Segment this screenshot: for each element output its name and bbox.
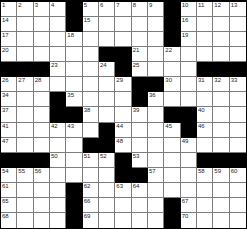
white-cell[interactable]: 46: [197, 123, 213, 138]
white-cell[interactable]: [197, 47, 213, 62]
black-cell: [50, 92, 66, 107]
white-cell[interactable]: 26: [1, 77, 17, 92]
clue-number: 27: [18, 77, 25, 84]
white-cell[interactable]: [115, 17, 131, 32]
white-cell[interactable]: [230, 213, 246, 228]
clue-number: 25: [133, 62, 140, 69]
white-cell[interactable]: [17, 92, 33, 107]
black-cell: [213, 153, 229, 168]
white-cell[interactable]: [213, 47, 229, 62]
white-cell[interactable]: [34, 17, 50, 32]
black-cell: [164, 32, 180, 47]
white-cell[interactable]: 14: [1, 17, 17, 32]
white-cell[interactable]: 43: [66, 123, 82, 138]
white-cell[interactable]: [181, 153, 197, 168]
white-cell[interactable]: 25: [132, 62, 148, 77]
clue-number: 36: [149, 92, 156, 99]
black-cell: [115, 168, 131, 183]
white-cell[interactable]: [17, 138, 33, 153]
white-cell[interactable]: 27: [17, 77, 33, 92]
white-cell[interactable]: [213, 123, 229, 138]
white-cell[interactable]: [230, 123, 246, 138]
white-cell[interactable]: [213, 92, 229, 107]
white-cell[interactable]: [230, 198, 246, 213]
white-cell[interactable]: 5: [83, 2, 99, 17]
white-cell[interactable]: 39: [132, 107, 148, 122]
clue-number: 38: [84, 107, 91, 114]
white-cell[interactable]: [197, 138, 213, 153]
black-cell: [66, 107, 82, 122]
clue-number: 17: [2, 32, 9, 39]
clue-number: 1: [2, 2, 5, 9]
black-cell: [181, 123, 197, 138]
white-cell[interactable]: [99, 183, 115, 198]
clue-number: 57: [149, 168, 156, 175]
white-cell[interactable]: [197, 17, 213, 32]
white-cell[interactable]: [17, 198, 33, 213]
white-cell[interactable]: [115, 213, 131, 228]
white-cell[interactable]: 53: [132, 153, 148, 168]
white-cell[interactable]: [34, 183, 50, 198]
white-cell[interactable]: [164, 62, 180, 77]
black-cell: [164, 213, 180, 228]
white-cell[interactable]: [50, 47, 66, 62]
black-cell: [1, 62, 17, 77]
white-cell[interactable]: 19: [181, 32, 197, 47]
white-cell[interactable]: 65: [1, 198, 17, 213]
white-cell[interactable]: [115, 107, 131, 122]
white-cell[interactable]: [115, 92, 131, 107]
clue-number: 56: [35, 168, 42, 175]
white-cell[interactable]: [148, 32, 164, 47]
white-cell[interactable]: [115, 32, 131, 47]
white-cell[interactable]: [83, 168, 99, 183]
clue-number: 65: [2, 198, 9, 205]
clue-number: 61: [2, 183, 9, 190]
white-cell[interactable]: 15: [83, 17, 99, 32]
white-cell[interactable]: [230, 17, 246, 32]
white-cell[interactable]: 6: [99, 2, 115, 17]
white-cell[interactable]: [17, 17, 33, 32]
white-cell[interactable]: [99, 32, 115, 47]
clue-number: 39: [133, 107, 140, 114]
white-cell[interactable]: [99, 92, 115, 107]
black-cell: [230, 153, 246, 168]
white-cell[interactable]: 44: [115, 123, 131, 138]
white-cell[interactable]: [230, 183, 246, 198]
clue-number: 29: [116, 77, 123, 84]
clue-number: 64: [133, 183, 140, 190]
white-cell[interactable]: [66, 168, 82, 183]
white-cell[interactable]: 33: [230, 77, 246, 92]
white-cell[interactable]: [17, 107, 33, 122]
white-cell[interactable]: 18: [66, 32, 82, 47]
white-cell[interactable]: 28: [34, 77, 50, 92]
clue-number: 3: [35, 2, 38, 9]
clue-number: 34: [2, 92, 9, 99]
white-cell[interactable]: 50: [50, 153, 66, 168]
white-cell[interactable]: 36: [148, 92, 164, 107]
white-cell[interactable]: [115, 198, 131, 213]
clue-number: 6: [100, 2, 103, 9]
white-cell[interactable]: [213, 213, 229, 228]
white-cell[interactable]: [99, 17, 115, 32]
white-cell[interactable]: [17, 32, 33, 47]
white-cell[interactable]: [50, 168, 66, 183]
white-cell[interactable]: 69: [83, 213, 99, 228]
black-cell: [164, 17, 180, 32]
white-cell[interactable]: [197, 213, 213, 228]
white-cell[interactable]: [181, 47, 197, 62]
white-cell[interactable]: [164, 153, 180, 168]
white-cell[interactable]: [50, 198, 66, 213]
clue-number: 33: [231, 77, 238, 84]
white-cell[interactable]: [230, 138, 246, 153]
white-cell[interactable]: [164, 183, 180, 198]
white-cell[interactable]: 17: [1, 32, 17, 47]
white-cell[interactable]: 55: [17, 168, 33, 183]
white-cell[interactable]: 59: [213, 168, 229, 183]
clue-number: 15: [84, 17, 91, 24]
white-cell[interactable]: [34, 107, 50, 122]
black-cell: [230, 62, 246, 77]
white-cell[interactable]: [132, 32, 148, 47]
clue-number: 45: [165, 123, 172, 130]
black-cell: [66, 17, 82, 32]
white-cell[interactable]: [181, 62, 197, 77]
black-cell: [34, 62, 50, 77]
white-cell[interactable]: 8: [132, 2, 148, 17]
white-cell[interactable]: [197, 92, 213, 107]
white-cell[interactable]: 47: [1, 138, 17, 153]
white-cell[interactable]: [34, 213, 50, 228]
white-cell[interactable]: 37: [1, 107, 17, 122]
black-cell: [17, 62, 33, 77]
white-cell[interactable]: [197, 32, 213, 47]
white-cell[interactable]: 38: [83, 107, 99, 122]
clue-number: 63: [116, 183, 123, 190]
white-cell[interactable]: [99, 168, 115, 183]
black-cell: [1, 153, 17, 168]
white-cell[interactable]: 52: [99, 153, 115, 168]
black-cell: [115, 153, 131, 168]
white-cell[interactable]: [83, 92, 99, 107]
black-cell: [148, 77, 164, 92]
clue-number: 35: [67, 92, 74, 99]
white-cell[interactable]: [50, 213, 66, 228]
clue-number: 66: [84, 198, 91, 205]
white-cell[interactable]: 67: [181, 198, 197, 213]
white-cell[interactable]: [99, 198, 115, 213]
white-cell[interactable]: [148, 47, 164, 62]
white-cell[interactable]: 45: [164, 123, 180, 138]
clue-number: 8: [133, 2, 136, 9]
black-cell: [197, 62, 213, 77]
white-cell[interactable]: [132, 198, 148, 213]
black-cell: [115, 62, 131, 77]
white-cell[interactable]: 58: [197, 168, 213, 183]
white-cell[interactable]: [230, 47, 246, 62]
white-cell[interactable]: [213, 198, 229, 213]
white-cell[interactable]: [181, 92, 197, 107]
white-cell[interactable]: 42: [50, 123, 66, 138]
black-cell: [34, 153, 50, 168]
clue-number: 60: [231, 168, 238, 175]
white-cell[interactable]: 29: [115, 77, 131, 92]
white-cell[interactable]: 7: [115, 2, 131, 17]
clue-number: 68: [2, 213, 9, 220]
clue-number: 52: [100, 153, 107, 160]
clue-number: 51: [84, 153, 91, 160]
white-cell[interactable]: [34, 123, 50, 138]
black-cell: [66, 2, 82, 17]
white-cell[interactable]: [148, 123, 164, 138]
white-cell[interactable]: 11: [197, 2, 213, 17]
clue-number: 4: [51, 2, 54, 9]
white-cell[interactable]: [164, 92, 180, 107]
white-cell[interactable]: [50, 32, 66, 47]
clue-number: 31: [198, 77, 205, 84]
white-cell[interactable]: 3: [34, 2, 50, 17]
clue-number: 47: [2, 138, 9, 145]
clue-number: 13: [231, 2, 238, 9]
clue-number: 69: [84, 213, 91, 220]
white-cell[interactable]: [83, 123, 99, 138]
white-cell[interactable]: 13: [230, 2, 246, 17]
white-cell[interactable]: [132, 123, 148, 138]
white-cell[interactable]: 66: [83, 198, 99, 213]
clue-number: 23: [51, 62, 58, 69]
black-cell: [197, 153, 213, 168]
white-cell[interactable]: 23: [50, 62, 66, 77]
white-cell[interactable]: [181, 168, 197, 183]
clue-number: 24: [100, 62, 107, 69]
clue-number: 50: [51, 153, 58, 160]
clue-number: 21: [133, 47, 140, 54]
white-cell[interactable]: [66, 62, 82, 77]
white-cell[interactable]: [83, 47, 99, 62]
white-cell[interactable]: 57: [148, 168, 164, 183]
white-cell[interactable]: 35: [66, 92, 82, 107]
clue-number: 16: [182, 17, 189, 24]
white-cell[interactable]: 31: [197, 77, 213, 92]
white-cell[interactable]: 9: [148, 2, 164, 17]
white-cell[interactable]: [148, 62, 164, 77]
clue-number: 55: [18, 168, 25, 175]
white-cell[interactable]: [230, 32, 246, 47]
white-cell[interactable]: [213, 17, 229, 32]
clue-number: 37: [2, 107, 9, 114]
white-cell[interactable]: 41: [1, 123, 17, 138]
black-cell: [164, 2, 180, 17]
clue-number: 12: [214, 2, 221, 9]
white-cell[interactable]: [148, 138, 164, 153]
white-cell[interactable]: 49: [181, 138, 197, 153]
white-cell[interactable]: [17, 183, 33, 198]
clue-number: 59: [214, 168, 221, 175]
white-cell[interactable]: [148, 17, 164, 32]
clue-number: 18: [67, 32, 74, 39]
white-cell[interactable]: 40: [197, 107, 213, 122]
white-cell[interactable]: [17, 47, 33, 62]
clue-number: 40: [198, 107, 205, 114]
white-cell[interactable]: [83, 32, 99, 47]
white-cell[interactable]: [197, 183, 213, 198]
white-cell[interactable]: 21: [132, 47, 148, 62]
clue-number: 54: [2, 168, 9, 175]
white-cell[interactable]: 20: [1, 47, 17, 62]
clue-number: 5: [84, 2, 87, 9]
white-cell[interactable]: [66, 138, 82, 153]
white-cell[interactable]: [83, 62, 99, 77]
white-cell[interactable]: 51: [83, 153, 99, 168]
white-cell[interactable]: 24: [99, 62, 115, 77]
white-cell[interactable]: [181, 183, 197, 198]
white-cell[interactable]: [50, 17, 66, 32]
white-cell[interactable]: [148, 198, 164, 213]
clue-number: 41: [2, 123, 9, 130]
white-cell[interactable]: [50, 138, 66, 153]
clue-number: 67: [182, 198, 189, 205]
clue-number: 58: [198, 168, 205, 175]
white-cell[interactable]: [230, 92, 246, 107]
white-cell[interactable]: 34: [1, 92, 17, 107]
clue-number: 9: [149, 2, 152, 9]
clue-number: 2: [18, 2, 21, 9]
black-cell: [132, 92, 148, 107]
black-cell: [132, 168, 148, 183]
black-cell: [181, 107, 197, 122]
crossword-puzzle: 1234567891011121314151617181920212223242…: [0, 0, 247, 229]
white-cell[interactable]: 56: [34, 168, 50, 183]
white-cell[interactable]: [83, 77, 99, 92]
white-cell[interactable]: [50, 77, 66, 92]
white-cell[interactable]: 48: [115, 138, 131, 153]
clue-number: 49: [182, 138, 189, 145]
white-cell[interactable]: 22: [164, 47, 180, 62]
white-cell[interactable]: 2: [17, 2, 33, 17]
white-cell[interactable]: [66, 153, 82, 168]
black-cell: [83, 138, 99, 153]
white-cell[interactable]: [17, 213, 33, 228]
white-cell[interactable]: [132, 213, 148, 228]
white-cell[interactable]: [132, 17, 148, 32]
white-cell[interactable]: 4: [50, 2, 66, 17]
white-cell[interactable]: [148, 107, 164, 122]
white-cell[interactable]: [148, 183, 164, 198]
black-cell: [99, 138, 115, 153]
clue-number: 46: [198, 123, 205, 130]
black-cell: [115, 47, 131, 62]
white-cell[interactable]: [99, 77, 115, 92]
white-cell[interactable]: [213, 107, 229, 122]
clue-number: 44: [116, 123, 123, 130]
clue-number: 62: [84, 183, 91, 190]
white-cell[interactable]: [148, 213, 164, 228]
white-cell[interactable]: [99, 213, 115, 228]
clue-number: 48: [116, 138, 123, 145]
white-cell[interactable]: [181, 77, 197, 92]
clue-number: 53: [133, 153, 140, 160]
white-cell[interactable]: [213, 138, 229, 153]
white-cell[interactable]: [230, 107, 246, 122]
clue-number: 43: [67, 123, 74, 130]
white-cell[interactable]: 68: [1, 213, 17, 228]
clue-number: 14: [2, 17, 9, 24]
clue-number: 7: [116, 2, 119, 9]
white-cell[interactable]: 60: [230, 168, 246, 183]
clue-number: 42: [51, 123, 58, 130]
black-cell: [99, 123, 115, 138]
clue-number: 32: [214, 77, 221, 84]
clue-number: 70: [182, 213, 189, 220]
black-cell: [213, 62, 229, 77]
white-cell[interactable]: [34, 92, 50, 107]
black-cell: [50, 107, 66, 122]
white-cell[interactable]: [148, 153, 164, 168]
white-cell[interactable]: 32: [213, 77, 229, 92]
black-cell: [66, 198, 82, 213]
white-cell[interactable]: 12: [213, 2, 229, 17]
clue-number: 19: [182, 32, 189, 39]
black-cell: [164, 198, 180, 213]
white-cell[interactable]: [66, 77, 82, 92]
white-cell[interactable]: 63: [115, 183, 131, 198]
white-cell[interactable]: [197, 198, 213, 213]
white-cell[interactable]: [50, 183, 66, 198]
clue-number: 22: [165, 47, 172, 54]
black-cell: [164, 107, 180, 122]
black-cell: [132, 77, 148, 92]
clue-number: 11: [198, 2, 204, 9]
white-cell[interactable]: [99, 107, 115, 122]
white-cell[interactable]: [132, 138, 148, 153]
white-cell[interactable]: 64: [132, 183, 148, 198]
white-cell[interactable]: 10: [181, 2, 197, 17]
white-cell[interactable]: 1: [1, 2, 17, 17]
white-cell[interactable]: [34, 198, 50, 213]
white-cell[interactable]: 54: [1, 168, 17, 183]
black-cell: [66, 213, 82, 228]
white-cell[interactable]: [17, 123, 33, 138]
crossword-board: 1234567891011121314151617181920212223242…: [0, 0, 247, 229]
black-cell: [17, 153, 33, 168]
white-cell[interactable]: [66, 47, 82, 62]
white-cell[interactable]: [164, 168, 180, 183]
white-cell[interactable]: 30: [164, 77, 180, 92]
clue-number: 26: [2, 77, 9, 84]
white-cell[interactable]: 16: [181, 17, 197, 32]
white-cell[interactable]: 62: [83, 183, 99, 198]
white-cell[interactable]: [164, 138, 180, 153]
white-cell[interactable]: 70: [181, 213, 197, 228]
black-cell: [66, 183, 82, 198]
clue-number: 28: [35, 77, 42, 84]
white-cell[interactable]: [34, 32, 50, 47]
clue-number: 20: [2, 47, 9, 54]
white-cell[interactable]: [34, 47, 50, 62]
white-cell[interactable]: [34, 138, 50, 153]
white-cell[interactable]: 61: [1, 183, 17, 198]
white-cell[interactable]: [213, 32, 229, 47]
clue-number: 30: [165, 77, 172, 84]
clue-number: 10: [182, 2, 189, 9]
black-cell: [99, 47, 115, 62]
white-cell[interactable]: [213, 183, 229, 198]
